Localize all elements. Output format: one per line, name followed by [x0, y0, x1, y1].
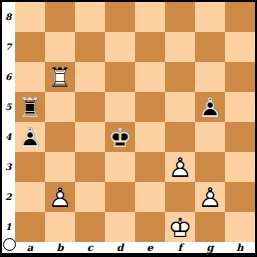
file-label-d: d — [105, 242, 135, 253]
white-pawn-outline: ♙ — [45, 182, 75, 212]
square-a4[interactable]: ♟♙ — [15, 122, 45, 152]
piece-black-king[interactable]: ♚♔ — [105, 122, 135, 152]
white-pawn-outline: ♙ — [195, 182, 225, 212]
square-g4[interactable] — [195, 122, 225, 152]
square-d3[interactable] — [105, 152, 135, 182]
square-d1[interactable] — [105, 212, 135, 242]
square-h4[interactable] — [225, 122, 255, 152]
piece-white-pawn[interactable]: ♟♙ — [195, 182, 225, 212]
square-h8[interactable] — [225, 2, 255, 32]
white-rook-outline: ♖ — [45, 62, 75, 92]
file-label-h: h — [225, 242, 255, 253]
rank-label-4: 4 — [2, 122, 15, 152]
square-f7[interactable] — [165, 32, 195, 62]
file-labels: abcdefgh — [15, 242, 255, 253]
rank-labels: 87654321 — [2, 2, 15, 242]
file-label-b: b — [45, 242, 75, 253]
square-a1[interactable] — [15, 212, 45, 242]
square-f6[interactable] — [165, 62, 195, 92]
diagram-content: ♜♖♜♖♟♙♟♙♚♔♟♙♟♙♟♙♚♔ 87654321 abcdefgh — [2, 2, 255, 253]
square-b7[interactable] — [45, 32, 75, 62]
black-pawn-outline: ♙ — [15, 122, 45, 152]
square-a8[interactable] — [15, 2, 45, 32]
rank-label-8: 8 — [2, 2, 15, 32]
square-f2[interactable] — [165, 182, 195, 212]
square-b1[interactable] — [45, 212, 75, 242]
square-g1[interactable] — [195, 212, 225, 242]
square-h2[interactable] — [225, 182, 255, 212]
square-e6[interactable] — [135, 62, 165, 92]
square-d2[interactable] — [105, 182, 135, 212]
square-a3[interactable] — [15, 152, 45, 182]
square-c4[interactable] — [75, 122, 105, 152]
square-h7[interactable] — [225, 32, 255, 62]
square-b8[interactable] — [45, 2, 75, 32]
square-f4[interactable] — [165, 122, 195, 152]
square-d7[interactable] — [105, 32, 135, 62]
rank-label-6: 6 — [2, 62, 15, 92]
rank-label-3: 3 — [2, 152, 15, 182]
square-c1[interactable] — [75, 212, 105, 242]
square-e5[interactable] — [135, 92, 165, 122]
square-e2[interactable] — [135, 182, 165, 212]
square-b6[interactable]: ♜♖ — [45, 62, 75, 92]
square-c8[interactable] — [75, 2, 105, 32]
square-d4[interactable]: ♚♔ — [105, 122, 135, 152]
square-d6[interactable] — [105, 62, 135, 92]
black-pawn-outline: ♙ — [195, 92, 225, 122]
square-g6[interactable] — [195, 62, 225, 92]
square-d5[interactable] — [105, 92, 135, 122]
file-label-c: c — [75, 242, 105, 253]
square-b2[interactable]: ♟♙ — [45, 182, 75, 212]
square-f8[interactable] — [165, 2, 195, 32]
square-a6[interactable] — [15, 62, 45, 92]
piece-white-pawn[interactable]: ♟♙ — [165, 152, 195, 182]
rank-label-5: 5 — [2, 92, 15, 122]
square-d8[interactable] — [105, 2, 135, 32]
square-a5[interactable]: ♜♖ — [15, 92, 45, 122]
file-label-a: a — [15, 242, 45, 253]
square-e7[interactable] — [135, 32, 165, 62]
black-king-outline: ♔ — [105, 122, 135, 152]
square-b3[interactable] — [45, 152, 75, 182]
square-f5[interactable] — [165, 92, 195, 122]
square-f1[interactable]: ♚♔ — [165, 212, 195, 242]
square-c5[interactable] — [75, 92, 105, 122]
square-c6[interactable] — [75, 62, 105, 92]
rank-label-7: 7 — [2, 32, 15, 62]
white-king-outline: ♔ — [165, 212, 195, 242]
square-c7[interactable] — [75, 32, 105, 62]
square-a2[interactable] — [15, 182, 45, 212]
square-h6[interactable] — [225, 62, 255, 92]
square-h5[interactable] — [225, 92, 255, 122]
square-e4[interactable] — [135, 122, 165, 152]
square-g8[interactable] — [195, 2, 225, 32]
square-b4[interactable] — [45, 122, 75, 152]
square-h3[interactable] — [225, 152, 255, 182]
square-h1[interactable] — [225, 212, 255, 242]
white-to-move-indicator — [3, 238, 16, 251]
piece-white-king[interactable]: ♚♔ — [165, 212, 195, 242]
black-rook-outline: ♖ — [15, 92, 45, 122]
piece-white-pawn[interactable]: ♟♙ — [45, 182, 75, 212]
square-c3[interactable] — [75, 152, 105, 182]
chess-diagram: ♜♖♜♖♟♙♟♙♚♔♟♙♟♙♟♙♚♔ 87654321 abcdefgh — [0, 0, 257, 257]
piece-black-pawn[interactable]: ♟♙ — [195, 92, 225, 122]
chess-board: ♜♖♜♖♟♙♟♙♚♔♟♙♟♙♟♙♚♔ — [15, 2, 255, 242]
file-label-f: f — [165, 242, 195, 253]
square-g3[interactable] — [195, 152, 225, 182]
square-e3[interactable] — [135, 152, 165, 182]
square-a7[interactable] — [15, 32, 45, 62]
square-e1[interactable] — [135, 212, 165, 242]
rank-label-2: 2 — [2, 182, 15, 212]
square-e8[interactable] — [135, 2, 165, 32]
square-g7[interactable] — [195, 32, 225, 62]
square-c2[interactable] — [75, 182, 105, 212]
file-label-e: e — [135, 242, 165, 253]
file-label-g: g — [195, 242, 225, 253]
square-g5[interactable]: ♟♙ — [195, 92, 225, 122]
square-g2[interactable]: ♟♙ — [195, 182, 225, 212]
square-b5[interactable] — [45, 92, 75, 122]
piece-black-rook[interactable]: ♜♖ — [15, 92, 45, 122]
piece-black-pawn[interactable]: ♟♙ — [15, 122, 45, 152]
white-pawn-outline: ♙ — [165, 152, 195, 182]
piece-white-rook[interactable]: ♜♖ — [45, 62, 75, 92]
square-f3[interactable]: ♟♙ — [165, 152, 195, 182]
